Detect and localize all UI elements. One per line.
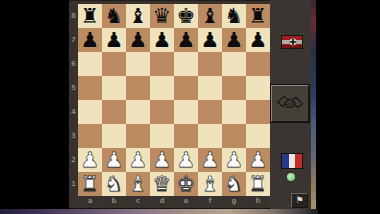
rank-label-8: 8 <box>69 4 78 28</box>
square-e8[interactable]: ♚ <box>174 4 198 28</box>
square-b1[interactable]: ♞ <box>102 172 126 196</box>
white-flag-icon: ⚑ <box>295 195 303 205</box>
square-c5[interactable] <box>126 76 150 100</box>
piece-black-queen[interactable]: ♛ <box>150 4 174 28</box>
handshake-icon <box>275 93 305 115</box>
square-a6[interactable] <box>78 52 102 76</box>
flag-white-stripe <box>289 154 296 168</box>
square-g8[interactable]: ♞ <box>222 4 246 28</box>
square-d4[interactable] <box>150 100 174 124</box>
flag-red-stripe <box>295 154 302 168</box>
piece-white-pawn[interactable]: ♟ <box>246 148 270 172</box>
piece-black-bishop[interactable]: ♝ <box>198 4 222 28</box>
piece-black-pawn[interactable]: ♟ <box>198 28 222 52</box>
square-h6[interactable] <box>246 52 270 76</box>
square-g2[interactable]: ♟ <box>222 148 246 172</box>
square-d6[interactable] <box>150 52 174 76</box>
piece-black-pawn[interactable]: ♟ <box>246 28 270 52</box>
rank-label-4: 4 <box>69 100 78 124</box>
rank-label-6: 6 <box>69 52 78 76</box>
file-labels: abcdefgh <box>78 196 270 208</box>
sidebar: ⚑ <box>270 0 311 209</box>
square-f1[interactable]: ♝ <box>198 172 222 196</box>
square-c7[interactable]: ♟ <box>126 28 150 52</box>
square-h5[interactable] <box>246 76 270 100</box>
file-label-a: a <box>78 196 102 208</box>
piece-white-knight[interactable]: ♞ <box>222 172 246 196</box>
file-label-e: e <box>174 196 198 208</box>
square-a8[interactable]: ♜ <box>78 4 102 28</box>
piece-white-bishop[interactable]: ♝ <box>126 172 150 196</box>
square-b4[interactable] <box>102 100 126 124</box>
square-g6[interactable] <box>222 52 246 76</box>
background-photo-strip-right <box>311 0 316 209</box>
draw-offer-button[interactable] <box>271 85 309 122</box>
square-f7[interactable]: ♟ <box>198 28 222 52</box>
piece-black-rook[interactable]: ♜ <box>246 4 270 28</box>
piece-white-knight[interactable]: ♞ <box>102 172 126 196</box>
player-flag-france-icon <box>281 153 303 169</box>
square-g7[interactable]: ♟ <box>222 28 246 52</box>
opponent-flag-icon <box>281 35 303 49</box>
square-b3[interactable] <box>102 124 126 148</box>
opponent-flag-cross-emblem <box>289 38 297 46</box>
background-photo-strip-bottom <box>0 209 318 214</box>
piece-white-pawn[interactable]: ♟ <box>78 148 102 172</box>
piece-black-bishop[interactable]: ♝ <box>126 4 150 28</box>
square-h7[interactable]: ♟ <box>246 28 270 52</box>
square-d7[interactable]: ♟ <box>150 28 174 52</box>
square-c1[interactable]: ♝ <box>126 172 150 196</box>
square-b6[interactable] <box>102 52 126 76</box>
chess-board: ♜♞♝♛♚♝♞♜♟♟♟♟♟♟♟♟♟♟♟♟♟♟♟♟♜♞♝♛♚♝♞♜ <box>78 4 270 196</box>
piece-white-pawn[interactable]: ♟ <box>126 148 150 172</box>
piece-black-knight[interactable]: ♞ <box>222 4 246 28</box>
piece-black-pawn[interactable]: ♟ <box>102 28 126 52</box>
square-e2[interactable]: ♟ <box>174 148 198 172</box>
square-d1[interactable]: ♛ <box>150 172 174 196</box>
screenshot-stage: 87654321 ♜♞♝♛♚♝♞♜♟♟♟♟♟♟♟♟♟♟♟♟♟♟♟♟♜♞♝♛♚♝♞… <box>0 0 380 214</box>
file-label-d: d <box>150 196 174 208</box>
piece-white-pawn[interactable]: ♟ <box>198 148 222 172</box>
square-a4[interactable] <box>78 100 102 124</box>
rank-label-1: 1 <box>69 172 78 196</box>
square-d2[interactable]: ♟ <box>150 148 174 172</box>
piece-black-king[interactable]: ♚ <box>174 4 198 28</box>
flag-blue-stripe <box>282 154 289 168</box>
piece-white-rook[interactable]: ♜ <box>246 172 270 196</box>
piece-white-pawn[interactable]: ♟ <box>222 148 246 172</box>
resign-button[interactable]: ⚑ <box>291 193 308 208</box>
piece-black-rook[interactable]: ♜ <box>78 4 102 28</box>
square-c4[interactable] <box>126 100 150 124</box>
file-label-f: f <box>198 196 222 208</box>
rank-labels: 87654321 <box>69 4 78 196</box>
square-e3[interactable] <box>174 124 198 148</box>
square-a2[interactable]: ♟ <box>78 148 102 172</box>
square-h1[interactable]: ♜ <box>246 172 270 196</box>
file-label-h: h <box>246 196 270 208</box>
piece-black-pawn[interactable]: ♟ <box>150 28 174 52</box>
chess-app-window: 87654321 ♜♞♝♛♚♝♞♜♟♟♟♟♟♟♟♟♟♟♟♟♟♟♟♟♜♞♝♛♚♝♞… <box>69 0 311 209</box>
square-h8[interactable]: ♜ <box>246 4 270 28</box>
square-d8[interactable]: ♛ <box>150 4 174 28</box>
square-c6[interactable] <box>126 52 150 76</box>
piece-white-pawn[interactable]: ♟ <box>150 148 174 172</box>
rank-label-5: 5 <box>69 76 78 100</box>
rank-label-7: 7 <box>69 28 78 52</box>
square-c2[interactable]: ♟ <box>126 148 150 172</box>
square-b2[interactable]: ♟ <box>102 148 126 172</box>
square-d3[interactable] <box>150 124 174 148</box>
square-a7[interactable]: ♟ <box>78 28 102 52</box>
square-h4[interactable] <box>246 100 270 124</box>
square-e7[interactable]: ♟ <box>174 28 198 52</box>
square-c3[interactable] <box>126 124 150 148</box>
piece-black-pawn[interactable]: ♟ <box>126 28 150 52</box>
square-f2[interactable]: ♟ <box>198 148 222 172</box>
piece-black-pawn[interactable]: ♟ <box>78 28 102 52</box>
rank-label-3: 3 <box>69 124 78 148</box>
square-b5[interactable] <box>102 76 126 100</box>
square-b7[interactable]: ♟ <box>102 28 126 52</box>
square-e4[interactable] <box>174 100 198 124</box>
piece-black-pawn[interactable]: ♟ <box>174 28 198 52</box>
square-f8[interactable]: ♝ <box>198 4 222 28</box>
rank-label-2: 2 <box>69 148 78 172</box>
piece-white-king[interactable]: ♚ <box>174 172 198 196</box>
square-h2[interactable]: ♟ <box>246 148 270 172</box>
piece-white-pawn[interactable]: ♟ <box>102 148 126 172</box>
square-g4[interactable] <box>222 100 246 124</box>
square-h3[interactable] <box>246 124 270 148</box>
square-g1[interactable]: ♞ <box>222 172 246 196</box>
square-f3[interactable] <box>198 124 222 148</box>
square-e5[interactable] <box>174 76 198 100</box>
square-g5[interactable] <box>222 76 246 100</box>
square-b8[interactable]: ♞ <box>102 4 126 28</box>
piece-white-pawn[interactable]: ♟ <box>174 148 198 172</box>
online-status-dot <box>287 173 295 181</box>
square-a3[interactable] <box>78 124 102 148</box>
square-a1[interactable]: ♜ <box>78 172 102 196</box>
file-label-b: b <box>102 196 126 208</box>
piece-black-pawn[interactable]: ♟ <box>222 28 246 52</box>
square-f4[interactable] <box>198 100 222 124</box>
square-c8[interactable]: ♝ <box>126 4 150 28</box>
square-f5[interactable] <box>198 76 222 100</box>
piece-white-queen[interactable]: ♛ <box>150 172 174 196</box>
piece-black-knight[interactable]: ♞ <box>102 4 126 28</box>
piece-white-bishop[interactable]: ♝ <box>198 172 222 196</box>
square-g3[interactable] <box>222 124 246 148</box>
square-a5[interactable] <box>78 76 102 100</box>
file-label-c: c <box>126 196 150 208</box>
square-e1[interactable]: ♚ <box>174 172 198 196</box>
file-label-g: g <box>222 196 246 208</box>
piece-white-rook[interactable]: ♜ <box>78 172 102 196</box>
square-e6[interactable] <box>174 52 198 76</box>
square-f6[interactable] <box>198 52 222 76</box>
square-d5[interactable] <box>150 76 174 100</box>
